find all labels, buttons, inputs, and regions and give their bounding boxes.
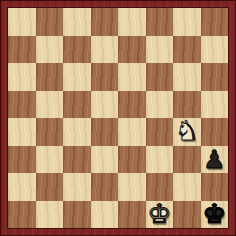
square-h8[interactable]: [201, 8, 229, 36]
square-d8[interactable]: [91, 8, 119, 36]
square-d5[interactable]: [91, 91, 119, 119]
square-d7[interactable]: [91, 36, 119, 64]
square-e6[interactable]: [118, 63, 146, 91]
chess-board: ♞♟♚♚: [7, 7, 229, 229]
square-c8[interactable]: [63, 8, 91, 36]
square-g8[interactable]: [173, 8, 201, 36]
square-e2[interactable]: [118, 173, 146, 201]
square-e5[interactable]: [118, 91, 146, 119]
square-e8[interactable]: [118, 8, 146, 36]
white-king-icon[interactable]: ♚: [147, 200, 171, 227]
square-c6[interactable]: [63, 63, 91, 91]
square-b5[interactable]: [36, 91, 64, 119]
square-h4[interactable]: [201, 118, 229, 146]
square-g7[interactable]: [173, 36, 201, 64]
square-e4[interactable]: [118, 118, 146, 146]
square-b7[interactable]: [36, 36, 64, 64]
square-b4[interactable]: [36, 118, 64, 146]
square-d4[interactable]: [91, 118, 119, 146]
square-d3[interactable]: [91, 146, 119, 174]
square-h2[interactable]: [201, 173, 229, 201]
square-e1[interactable]: [118, 201, 146, 229]
square-e3[interactable]: [118, 146, 146, 174]
square-a2[interactable]: [8, 173, 36, 201]
square-f8[interactable]: [146, 8, 174, 36]
square-g5[interactable]: [173, 91, 201, 119]
square-c2[interactable]: [63, 173, 91, 201]
square-a3[interactable]: [8, 146, 36, 174]
square-g2[interactable]: [173, 173, 201, 201]
square-f6[interactable]: [146, 63, 174, 91]
square-c5[interactable]: [63, 91, 91, 119]
square-a6[interactable]: [8, 63, 36, 91]
square-g3[interactable]: [173, 146, 201, 174]
square-c3[interactable]: [63, 146, 91, 174]
square-a5[interactable]: [8, 91, 36, 119]
square-d1[interactable]: [91, 201, 119, 229]
square-d2[interactable]: [91, 173, 119, 201]
square-g4[interactable]: ♞: [173, 118, 201, 146]
square-h1[interactable]: ♚: [201, 201, 229, 229]
square-h5[interactable]: [201, 91, 229, 119]
square-a7[interactable]: [8, 36, 36, 64]
square-c4[interactable]: [63, 118, 91, 146]
black-pawn-icon[interactable]: ♟: [203, 147, 225, 172]
square-b2[interactable]: [36, 173, 64, 201]
black-king-icon[interactable]: ♚: [202, 200, 226, 227]
square-b1[interactable]: [36, 201, 64, 229]
square-g1[interactable]: [173, 201, 201, 229]
square-c1[interactable]: [63, 201, 91, 229]
square-g6[interactable]: [173, 63, 201, 91]
square-a1[interactable]: [8, 201, 36, 229]
square-f7[interactable]: [146, 36, 174, 64]
square-a8[interactable]: [8, 8, 36, 36]
square-h7[interactable]: [201, 36, 229, 64]
white-knight-icon[interactable]: ♞: [175, 117, 199, 144]
square-h6[interactable]: [201, 63, 229, 91]
square-d6[interactable]: [91, 63, 119, 91]
square-c7[interactable]: [63, 36, 91, 64]
square-b3[interactable]: [36, 146, 64, 174]
square-f1[interactable]: ♚: [146, 201, 174, 229]
square-f2[interactable]: [146, 173, 174, 201]
square-f5[interactable]: [146, 91, 174, 119]
square-e7[interactable]: [118, 36, 146, 64]
square-f3[interactable]: [146, 146, 174, 174]
square-b8[interactable]: [36, 8, 64, 36]
square-b6[interactable]: [36, 63, 64, 91]
square-h3[interactable]: ♟: [201, 146, 229, 174]
board-frame: ♞♟♚♚: [0, 0, 236, 236]
square-a4[interactable]: [8, 118, 36, 146]
square-f4[interactable]: [146, 118, 174, 146]
